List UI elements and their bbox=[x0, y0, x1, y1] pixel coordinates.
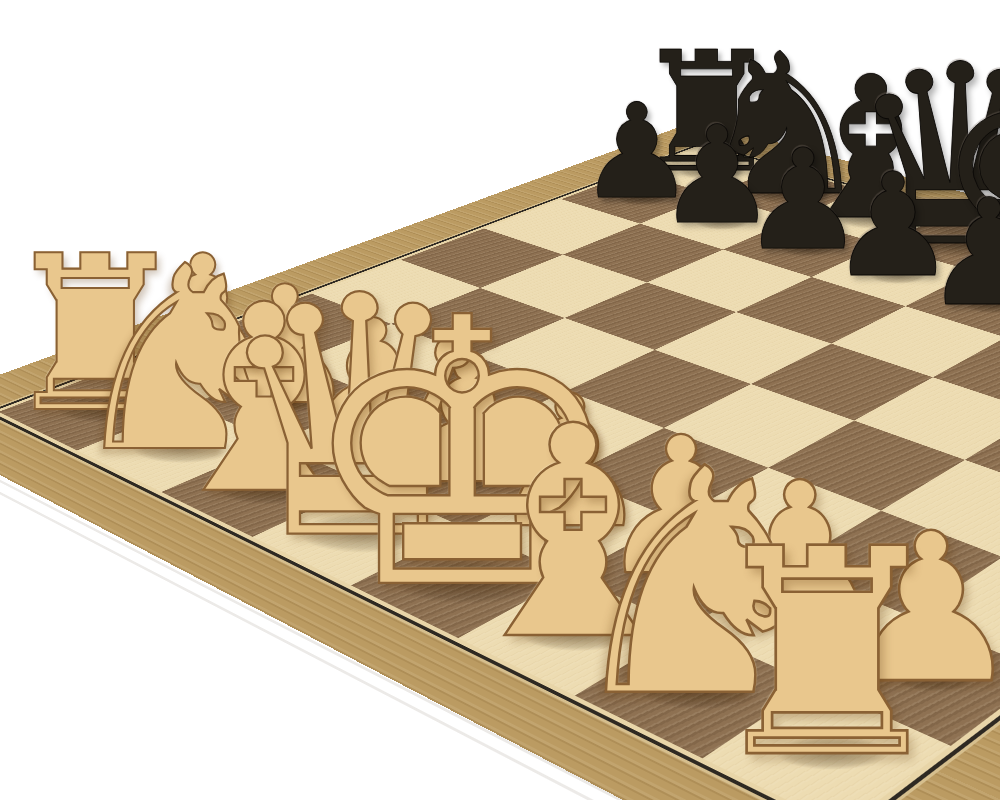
piece-white-rook-h1[interactable]: ♜ bbox=[699, 512, 955, 797]
piece-black-pawn-e7[interactable]: ♟ bbox=[923, 179, 1000, 326]
product-photo-background: ♜♞♟♝♟♛♟♚♟♝♟♞♟♜♟♟♟♟♜♟♞♟♝♟♛♟♚♟♝♟♞♜ bbox=[0, 0, 1000, 800]
